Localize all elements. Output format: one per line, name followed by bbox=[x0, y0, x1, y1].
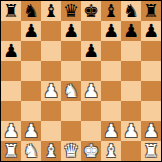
black-pawn[interactable]: ♟ bbox=[103, 21, 119, 41]
square-f4[interactable] bbox=[101, 81, 121, 101]
square-c2[interactable] bbox=[41, 121, 61, 141]
chess-board: ♜♞♝♛♚♝♞♜♟♟♟♟♟♟♟♟♞♟♟♟♟♟♟♜♞♝♛♚♝♜ bbox=[1, 1, 161, 161]
square-d6[interactable] bbox=[61, 41, 81, 61]
square-a4[interactable] bbox=[1, 81, 21, 101]
white-pawn[interactable]: ♟ bbox=[23, 121, 39, 141]
square-b6[interactable] bbox=[21, 41, 41, 61]
square-d3[interactable] bbox=[61, 101, 81, 121]
board-frame: ♜♞♝♛♚♝♞♜♟♟♟♟♟♟♟♟♞♟♟♟♟♟♟♜♞♝♛♚♝♜ bbox=[0, 0, 162, 162]
square-g2[interactable]: ♟ bbox=[121, 121, 141, 141]
black-rook[interactable]: ♜ bbox=[3, 1, 19, 21]
square-g5[interactable] bbox=[121, 61, 141, 81]
square-h1[interactable]: ♜ bbox=[141, 141, 161, 161]
square-g1[interactable] bbox=[121, 141, 141, 161]
square-c7[interactable] bbox=[41, 21, 61, 41]
black-rook[interactable]: ♜ bbox=[143, 1, 159, 21]
black-pawn[interactable]: ♟ bbox=[83, 41, 99, 61]
square-g8[interactable]: ♞ bbox=[121, 1, 141, 21]
square-d8[interactable]: ♛ bbox=[61, 1, 81, 21]
square-f1[interactable]: ♝ bbox=[101, 141, 121, 161]
square-f2[interactable]: ♟ bbox=[101, 121, 121, 141]
white-pawn[interactable]: ♟ bbox=[3, 121, 19, 141]
square-e4[interactable]: ♟ bbox=[81, 81, 101, 101]
square-c5[interactable] bbox=[41, 61, 61, 81]
white-knight[interactable]: ♞ bbox=[63, 81, 79, 101]
square-f8[interactable]: ♝ bbox=[101, 1, 121, 21]
square-g3[interactable] bbox=[121, 101, 141, 121]
white-pawn[interactable]: ♟ bbox=[143, 121, 159, 141]
white-bishop[interactable]: ♝ bbox=[43, 141, 59, 161]
square-b7[interactable]: ♟ bbox=[21, 21, 41, 41]
square-b3[interactable] bbox=[21, 101, 41, 121]
square-e8[interactable]: ♚ bbox=[81, 1, 101, 21]
square-c8[interactable]: ♝ bbox=[41, 1, 61, 21]
black-bishop[interactable]: ♝ bbox=[103, 1, 119, 21]
black-pawn[interactable]: ♟ bbox=[63, 21, 79, 41]
square-a5[interactable] bbox=[1, 61, 21, 81]
square-d7[interactable]: ♟ bbox=[61, 21, 81, 41]
square-b1[interactable]: ♞ bbox=[21, 141, 41, 161]
square-e1[interactable]: ♚ bbox=[81, 141, 101, 161]
white-rook[interactable]: ♜ bbox=[3, 141, 19, 161]
white-bishop[interactable]: ♝ bbox=[103, 141, 119, 161]
square-c1[interactable]: ♝ bbox=[41, 141, 61, 161]
square-e3[interactable] bbox=[81, 101, 101, 121]
square-a1[interactable]: ♜ bbox=[1, 141, 21, 161]
black-pawn[interactable]: ♟ bbox=[143, 21, 159, 41]
square-h4[interactable] bbox=[141, 81, 161, 101]
square-f5[interactable] bbox=[101, 61, 121, 81]
square-h6[interactable] bbox=[141, 41, 161, 61]
square-c6[interactable] bbox=[41, 41, 61, 61]
square-c3[interactable] bbox=[41, 101, 61, 121]
square-d4[interactable]: ♞ bbox=[61, 81, 81, 101]
black-king[interactable]: ♚ bbox=[83, 1, 99, 21]
square-d1[interactable]: ♛ bbox=[61, 141, 81, 161]
black-pawn[interactable]: ♟ bbox=[123, 21, 139, 41]
black-queen[interactable]: ♛ bbox=[63, 1, 79, 21]
white-pawn[interactable]: ♟ bbox=[123, 121, 139, 141]
square-e5[interactable] bbox=[81, 61, 101, 81]
square-d2[interactable] bbox=[61, 121, 81, 141]
black-knight[interactable]: ♞ bbox=[23, 1, 39, 21]
square-f6[interactable] bbox=[101, 41, 121, 61]
square-d5[interactable] bbox=[61, 61, 81, 81]
square-h5[interactable] bbox=[141, 61, 161, 81]
square-e2[interactable] bbox=[81, 121, 101, 141]
square-f7[interactable]: ♟ bbox=[101, 21, 121, 41]
square-e6[interactable]: ♟ bbox=[81, 41, 101, 61]
square-a3[interactable] bbox=[1, 101, 21, 121]
white-pawn[interactable]: ♟ bbox=[103, 121, 119, 141]
white-pawn[interactable]: ♟ bbox=[43, 81, 59, 101]
square-e7[interactable] bbox=[81, 21, 101, 41]
square-f3[interactable] bbox=[101, 101, 121, 121]
white-pawn[interactable]: ♟ bbox=[83, 81, 99, 101]
square-b5[interactable] bbox=[21, 61, 41, 81]
square-g6[interactable] bbox=[121, 41, 141, 61]
square-a2[interactable]: ♟ bbox=[1, 121, 21, 141]
square-b4[interactable] bbox=[21, 81, 41, 101]
square-g7[interactable]: ♟ bbox=[121, 21, 141, 41]
square-a8[interactable]: ♜ bbox=[1, 1, 21, 21]
white-king[interactable]: ♚ bbox=[83, 141, 99, 161]
black-pawn[interactable]: ♟ bbox=[23, 21, 39, 41]
square-b2[interactable]: ♟ bbox=[21, 121, 41, 141]
white-knight[interactable]: ♞ bbox=[23, 141, 39, 161]
square-h7[interactable]: ♟ bbox=[141, 21, 161, 41]
square-a6[interactable]: ♟ bbox=[1, 41, 21, 61]
square-h3[interactable] bbox=[141, 101, 161, 121]
square-a7[interactable] bbox=[1, 21, 21, 41]
white-queen[interactable]: ♛ bbox=[63, 141, 79, 161]
square-h8[interactable]: ♜ bbox=[141, 1, 161, 21]
white-rook[interactable]: ♜ bbox=[143, 141, 159, 161]
black-pawn[interactable]: ♟ bbox=[3, 41, 19, 61]
black-knight[interactable]: ♞ bbox=[123, 1, 139, 21]
square-b8[interactable]: ♞ bbox=[21, 1, 41, 21]
black-bishop[interactable]: ♝ bbox=[43, 1, 59, 21]
square-c4[interactable]: ♟ bbox=[41, 81, 61, 101]
square-g4[interactable] bbox=[121, 81, 141, 101]
square-h2[interactable]: ♟ bbox=[141, 121, 161, 141]
